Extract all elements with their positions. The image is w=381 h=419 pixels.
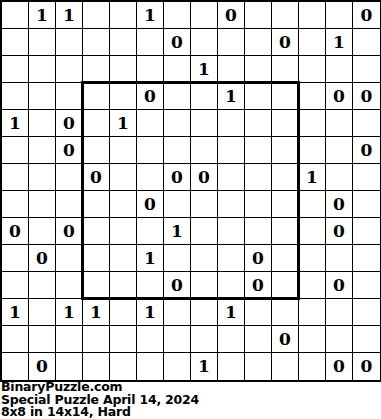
- cell-r3c12[interactable]: 0: [326, 83, 353, 110]
- cell-r12c8[interactable]: [218, 326, 245, 353]
- cell-r3c7[interactable]: [191, 83, 218, 110]
- cell-r4c13[interactable]: [353, 110, 380, 137]
- cell-r2c9[interactable]: [245, 56, 272, 83]
- cell-r0c10[interactable]: [272, 2, 299, 29]
- cell-r13c13[interactable]: 0: [353, 353, 380, 380]
- cell-r0c0[interactable]: [2, 2, 29, 29]
- cell-r1c3[interactable]: [83, 29, 110, 56]
- cell-r11c6[interactable]: [164, 299, 191, 326]
- cell-r3c2[interactable]: [56, 83, 83, 110]
- cell-r5c5[interactable]: [137, 137, 164, 164]
- cell-r10c0[interactable]: [2, 272, 29, 299]
- cell-r7c9[interactable]: [245, 191, 272, 218]
- cell-r5c8[interactable]: [218, 137, 245, 164]
- cell-r11c10[interactable]: [272, 299, 299, 326]
- cell-r9c7[interactable]: [191, 245, 218, 272]
- cell-r2c1[interactable]: [29, 56, 56, 83]
- cell-r8c3[interactable]: [83, 218, 110, 245]
- cell-r1c1[interactable]: [29, 29, 56, 56]
- cell-r11c4[interactable]: [110, 299, 137, 326]
- cell-r0c3[interactable]: [83, 2, 110, 29]
- cell-r1c12[interactable]: 1: [326, 29, 353, 56]
- cell-r5c11[interactable]: [299, 137, 326, 164]
- cell-r0c2[interactable]: 1: [56, 2, 83, 29]
- cell-r10c6[interactable]: 0: [164, 272, 191, 299]
- footer: BinaryPuzzle.com Special Puzzle April 14…: [1, 381, 381, 419]
- cell-r7c1[interactable]: [29, 191, 56, 218]
- cell-r4c1[interactable]: [29, 110, 56, 137]
- cell-r4c12[interactable]: [326, 110, 353, 137]
- cell-r0c4[interactable]: [110, 2, 137, 29]
- cell-r7c7[interactable]: [191, 191, 218, 218]
- cell-r11c9[interactable]: [245, 299, 272, 326]
- cell-r7c10[interactable]: [272, 191, 299, 218]
- cell-r9c6[interactable]: [164, 245, 191, 272]
- cell-r5c9[interactable]: [245, 137, 272, 164]
- cell-r0c5[interactable]: 1: [137, 2, 164, 29]
- cell-r8c2[interactable]: 0: [56, 218, 83, 245]
- cell-r4c5[interactable]: [137, 110, 164, 137]
- cell-r0c8[interactable]: 0: [218, 2, 245, 29]
- cell-r8c10[interactable]: [272, 218, 299, 245]
- cell-r2c13[interactable]: [353, 56, 380, 83]
- cell-r2c6[interactable]: [164, 56, 191, 83]
- cell-r3c10[interactable]: [272, 83, 299, 110]
- cell-r4c10[interactable]: [272, 110, 299, 137]
- cell-r6c2[interactable]: [56, 164, 83, 191]
- cell-r11c7[interactable]: [191, 299, 218, 326]
- cell-r6c8[interactable]: [218, 164, 245, 191]
- cell-r8c7[interactable]: [191, 218, 218, 245]
- binary-puzzle-page: 1110000110100101000001000010010000111110…: [0, 0, 381, 419]
- cell-r7c4[interactable]: [110, 191, 137, 218]
- cell-r7c5[interactable]: 0: [137, 191, 164, 218]
- cell-r0c1[interactable]: 1: [29, 2, 56, 29]
- cell-r2c3[interactable]: [83, 56, 110, 83]
- cell-r12c0[interactable]: [2, 326, 29, 353]
- cell-r4c7[interactable]: [191, 110, 218, 137]
- cell-r11c13[interactable]: [353, 299, 380, 326]
- cell-r5c0[interactable]: [2, 137, 29, 164]
- cell-r12c10[interactable]: 0: [272, 326, 299, 353]
- cell-r6c4[interactable]: [110, 164, 137, 191]
- cell-r6c11[interactable]: 1: [299, 164, 326, 191]
- cell-r9c10[interactable]: [272, 245, 299, 272]
- cell-r2c2[interactable]: [56, 56, 83, 83]
- cell-r5c13[interactable]: 0: [353, 137, 380, 164]
- cell-r9c0[interactable]: [2, 245, 29, 272]
- cell-r3c9[interactable]: [245, 83, 272, 110]
- cell-r6c10[interactable]: [272, 164, 299, 191]
- cell-r1c2[interactable]: [56, 29, 83, 56]
- cell-r10c8[interactable]: [218, 272, 245, 299]
- cell-r0c13[interactable]: 0: [353, 2, 380, 29]
- cell-r3c13[interactable]: 0: [353, 83, 380, 110]
- cell-r7c11[interactable]: [299, 191, 326, 218]
- cell-r11c0[interactable]: 1: [2, 299, 29, 326]
- cell-r1c7[interactable]: [191, 29, 218, 56]
- cell-r10c12[interactable]: 0: [326, 272, 353, 299]
- cell-r1c13[interactable]: [353, 29, 380, 56]
- cell-r8c0[interactable]: 0: [2, 218, 29, 245]
- cell-r12c3[interactable]: [83, 326, 110, 353]
- cell-r5c6[interactable]: [164, 137, 191, 164]
- cell-r2c0[interactable]: [2, 56, 29, 83]
- cell-r1c8[interactable]: [218, 29, 245, 56]
- cell-r3c3[interactable]: [83, 83, 110, 110]
- cell-r6c1[interactable]: [29, 164, 56, 191]
- cell-r8c11[interactable]: [299, 218, 326, 245]
- cell-r11c11[interactable]: [299, 299, 326, 326]
- cell-r5c3[interactable]: [83, 137, 110, 164]
- cell-r10c5[interactable]: [137, 272, 164, 299]
- cell-r3c1[interactable]: [29, 83, 56, 110]
- cell-r0c7[interactable]: [191, 2, 218, 29]
- cell-r12c9[interactable]: [245, 326, 272, 353]
- cell-r9c2[interactable]: [56, 245, 83, 272]
- cell-r1c9[interactable]: [245, 29, 272, 56]
- cell-r6c13[interactable]: [353, 164, 380, 191]
- cell-r13c4[interactable]: [110, 353, 137, 380]
- cell-r8c8[interactable]: [218, 218, 245, 245]
- cell-r11c12[interactable]: [326, 299, 353, 326]
- cell-r5c4[interactable]: [110, 137, 137, 164]
- cell-r12c5[interactable]: [137, 326, 164, 353]
- cell-r8c13[interactable]: [353, 218, 380, 245]
- cell-r4c8[interactable]: [218, 110, 245, 137]
- cell-r7c13[interactable]: [353, 191, 380, 218]
- cell-r12c11[interactable]: [299, 326, 326, 353]
- cell-r6c5[interactable]: [137, 164, 164, 191]
- cell-r9c11[interactable]: [299, 245, 326, 272]
- puzzle-board: 1110000110100101000001000010010000111110…: [0, 0, 381, 382]
- cell-r11c5[interactable]: 1: [137, 299, 164, 326]
- cell-r13c7[interactable]: 1: [191, 353, 218, 380]
- cell-r9c9[interactable]: 0: [245, 245, 272, 272]
- cell-r13c10[interactable]: [272, 353, 299, 380]
- cell-r3c5[interactable]: 0: [137, 83, 164, 110]
- cell-r11c1[interactable]: [29, 299, 56, 326]
- cell-r2c8[interactable]: [218, 56, 245, 83]
- cell-r5c12[interactable]: [326, 137, 353, 164]
- cell-r2c11[interactable]: [299, 56, 326, 83]
- cell-r6c3[interactable]: 0: [83, 164, 110, 191]
- cell-r13c2[interactable]: [56, 353, 83, 380]
- cell-r4c0[interactable]: 1: [2, 110, 29, 137]
- cell-r4c9[interactable]: [245, 110, 272, 137]
- cell-r10c3[interactable]: [83, 272, 110, 299]
- cell-r8c1[interactable]: [29, 218, 56, 245]
- cell-r0c6[interactable]: [164, 2, 191, 29]
- cell-r1c11[interactable]: [299, 29, 326, 56]
- cell-r13c5[interactable]: [137, 353, 164, 380]
- cell-r10c13[interactable]: [353, 272, 380, 299]
- cell-r10c7[interactable]: [191, 272, 218, 299]
- cell-r8c12[interactable]: 0: [326, 218, 353, 245]
- cell-r9c4[interactable]: [110, 245, 137, 272]
- cell-r12c4[interactable]: [110, 326, 137, 353]
- cell-r9c5[interactable]: 1: [137, 245, 164, 272]
- cell-r12c6[interactable]: [164, 326, 191, 353]
- cell-r6c12[interactable]: [326, 164, 353, 191]
- cell-r10c9[interactable]: 0: [245, 272, 272, 299]
- cell-r7c3[interactable]: [83, 191, 110, 218]
- cell-r10c4[interactable]: [110, 272, 137, 299]
- cell-r0c11[interactable]: [299, 2, 326, 29]
- cell-r12c1[interactable]: [29, 326, 56, 353]
- cell-r11c8[interactable]: 1: [218, 299, 245, 326]
- cell-r10c11[interactable]: [299, 272, 326, 299]
- cell-r4c2[interactable]: 0: [56, 110, 83, 137]
- cell-r1c6[interactable]: 0: [164, 29, 191, 56]
- cell-r0c9[interactable]: [245, 2, 272, 29]
- cell-r5c7[interactable]: [191, 137, 218, 164]
- cell-r9c1[interactable]: 0: [29, 245, 56, 272]
- cell-r0c12[interactable]: [326, 2, 353, 29]
- cell-r4c11[interactable]: [299, 110, 326, 137]
- cell-r11c2[interactable]: 1: [56, 299, 83, 326]
- cell-r8c5[interactable]: [137, 218, 164, 245]
- cell-r11c3[interactable]: 1: [83, 299, 110, 326]
- cell-r8c4[interactable]: [110, 218, 137, 245]
- cell-r13c0[interactable]: [2, 353, 29, 380]
- cell-r5c10[interactable]: [272, 137, 299, 164]
- cell-r7c8[interactable]: [218, 191, 245, 218]
- cell-r2c4[interactable]: [110, 56, 137, 83]
- cell-r6c9[interactable]: [245, 164, 272, 191]
- cell-r5c2[interactable]: 0: [56, 137, 83, 164]
- cell-r7c6[interactable]: [164, 191, 191, 218]
- cell-r1c4[interactable]: [110, 29, 137, 56]
- cell-r13c9[interactable]: [245, 353, 272, 380]
- cell-r12c13[interactable]: [353, 326, 380, 353]
- cell-r2c10[interactable]: [272, 56, 299, 83]
- cell-r10c2[interactable]: [56, 272, 83, 299]
- cell-r1c0[interactable]: [2, 29, 29, 56]
- cell-r4c6[interactable]: [164, 110, 191, 137]
- cell-r7c2[interactable]: [56, 191, 83, 218]
- cell-r13c12[interactable]: 0: [326, 353, 353, 380]
- cell-r9c13[interactable]: [353, 245, 380, 272]
- cell-r10c10[interactable]: [272, 272, 299, 299]
- cell-r1c10[interactable]: 0: [272, 29, 299, 56]
- cell-r2c12[interactable]: [326, 56, 353, 83]
- cell-r4c4[interactable]: 1: [110, 110, 137, 137]
- cell-r8c9[interactable]: [245, 218, 272, 245]
- puzzle-info: 8x8 in 14x14, Hard: [1, 406, 381, 419]
- cell-r6c7[interactable]: 0: [191, 164, 218, 191]
- cell-r7c12[interactable]: 0: [326, 191, 353, 218]
- cell-r12c7[interactable]: [191, 326, 218, 353]
- cell-r3c11[interactable]: [299, 83, 326, 110]
- cell-r13c11[interactable]: [299, 353, 326, 380]
- cell-r6c0[interactable]: [2, 164, 29, 191]
- cell-r7c0[interactable]: [2, 191, 29, 218]
- cell-r13c1[interactable]: 0: [29, 353, 56, 380]
- cell-r3c4[interactable]: [110, 83, 137, 110]
- cell-r8c6[interactable]: 1: [164, 218, 191, 245]
- cell-r3c8[interactable]: 1: [218, 83, 245, 110]
- cell-r5c1[interactable]: [29, 137, 56, 164]
- cell-r3c0[interactable]: [2, 83, 29, 110]
- cell-r13c6[interactable]: [164, 353, 191, 380]
- cell-r13c3[interactable]: [83, 353, 110, 380]
- cell-r9c8[interactable]: [218, 245, 245, 272]
- cell-r6c6[interactable]: 0: [164, 164, 191, 191]
- cell-r4c3[interactable]: [83, 110, 110, 137]
- cell-r10c1[interactable]: [29, 272, 56, 299]
- cell-r12c2[interactable]: [56, 326, 83, 353]
- cell-r9c12[interactable]: [326, 245, 353, 272]
- cell-r2c5[interactable]: [137, 56, 164, 83]
- cell-r13c8[interactable]: [218, 353, 245, 380]
- cell-r3c6[interactable]: [164, 83, 191, 110]
- cell-r2c7[interactable]: 1: [191, 56, 218, 83]
- cell-r12c12[interactable]: [326, 326, 353, 353]
- cell-r9c3[interactable]: [83, 245, 110, 272]
- cell-r1c5[interactable]: [137, 29, 164, 56]
